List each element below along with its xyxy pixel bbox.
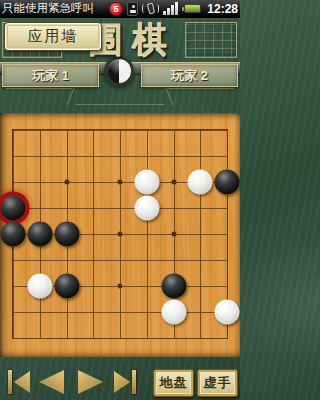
stone-white: [215, 300, 240, 325]
first-move-bar-icon: [8, 370, 12, 394]
stone-black: [215, 170, 240, 195]
last-move-triangle-icon: [114, 370, 131, 394]
star-point: [118, 232, 123, 237]
stone-white: [27, 274, 52, 299]
notification-count-badge: 5: [109, 2, 123, 16]
stone-black: [54, 274, 79, 299]
last-move-bar-icon: [132, 370, 136, 394]
last-move-button[interactable]: [114, 370, 136, 394]
app-wall-button[interactable]: 应用墙: [4, 22, 102, 51]
territory-button[interactable]: 地盘: [153, 369, 194, 397]
stone-white: [134, 196, 159, 221]
first-move-button[interactable]: [8, 370, 30, 394]
go-board[interactable]: [0, 113, 240, 357]
star-point: [118, 284, 123, 289]
frame-decoration: [168, 88, 234, 89]
signal-strength-icon: [163, 2, 178, 15]
next-move-triangle-icon: [78, 369, 104, 395]
previous-move-button[interactable]: [38, 369, 64, 395]
frame-decoration: [67, 88, 75, 105]
grid-line: [200, 130, 201, 338]
stone-black: [54, 222, 79, 247]
star-point: [118, 180, 123, 185]
storage-icon: [127, 2, 138, 16]
frame-decoration: [6, 88, 72, 89]
star-point: [171, 180, 176, 185]
grid-line: [147, 130, 148, 338]
grid-line: [13, 338, 227, 339]
first-move-triangle-icon: [13, 370, 30, 394]
status-notification-text: 只能使用紧急呼叫: [2, 1, 94, 16]
player-bar: 玩家 1 玩家 2: [0, 62, 240, 113]
app-header: 围棋 应用墙: [0, 18, 240, 64]
lattice-decoration-right: [185, 22, 237, 58]
vibrate-icon: [142, 1, 159, 16]
next-move-button[interactable]: [78, 369, 104, 395]
stone-white: [134, 170, 159, 195]
previous-move-triangle-icon: [38, 369, 64, 395]
stone-black: [1, 196, 26, 221]
stone-black: [161, 274, 186, 299]
grid-line: [13, 312, 227, 313]
status-clock: 12:28: [207, 2, 238, 16]
player1-name-plaque: 玩家 1: [2, 64, 99, 87]
stone-white: [188, 170, 213, 195]
status-bar: 只能使用紧急呼叫 5 12:28: [0, 0, 240, 18]
frame-decoration: [76, 104, 164, 105]
star-point: [64, 180, 69, 185]
pass-button[interactable]: 虚手: [197, 369, 238, 397]
frame-decoration: [166, 88, 174, 105]
star-point: [171, 232, 176, 237]
footer-toolbar: 地盘 虚手: [0, 357, 240, 400]
grid-line: [13, 260, 227, 261]
stone-white: [161, 300, 186, 325]
battery-icon: [184, 4, 201, 13]
player2-name-plaque: 玩家 2: [141, 64, 238, 87]
stone-black: [27, 222, 52, 247]
stone-black: [1, 222, 26, 247]
